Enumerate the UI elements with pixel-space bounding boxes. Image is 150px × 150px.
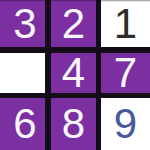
cell-r3c2[interactable]: 8 xyxy=(51,98,96,150)
sudoku-board: 3 2 1 4 7 6 8 9 xyxy=(0,0,150,150)
cell-r3c1[interactable]: 6 xyxy=(0,98,45,150)
cell-r1c1[interactable]: 3 xyxy=(0,0,45,47)
cell-r1c2[interactable]: 2 xyxy=(51,0,96,47)
cell-r2c3[interactable]: 7 xyxy=(101,53,150,93)
cell-r2c2[interactable]: 4 xyxy=(51,53,96,93)
cell-r1c3[interactable]: 1 xyxy=(101,0,150,47)
cell-r2c1[interactable] xyxy=(0,53,45,93)
cell-r3c3[interactable]: 9 xyxy=(101,98,150,150)
